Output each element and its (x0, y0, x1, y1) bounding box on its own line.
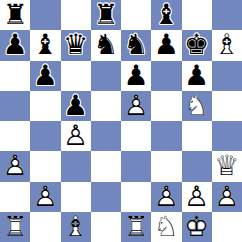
square-g8[interactable] (182, 0, 212, 30)
piece-outline-glyph: ♘ (154, 213, 179, 241)
square-h5[interactable] (212, 91, 242, 121)
white-queen-piece[interactable]: ♛♕ (214, 152, 239, 180)
square-a4[interactable] (0, 121, 30, 151)
piece-outline-glyph: ♗ (63, 213, 88, 241)
piece-outline-glyph: ♙ (3, 152, 28, 180)
square-d3[interactable] (91, 151, 121, 181)
black-pawn-piece[interactable]: ♟ (154, 31, 179, 59)
black-pawn-piece[interactable]: ♟ (184, 62, 209, 90)
square-f4[interactable] (151, 121, 181, 151)
square-f8[interactable]: ♝ (151, 0, 181, 30)
square-c5[interactable]: ♟ (61, 91, 91, 121)
black-rook-piece[interactable]: ♜ (93, 1, 118, 29)
square-c8[interactable] (61, 0, 91, 30)
piece-outline-glyph: ♔ (184, 213, 209, 241)
square-b4[interactable] (30, 121, 60, 151)
piece-outline-glyph: ♙ (33, 183, 58, 211)
white-pawn-piece[interactable]: ♟♙ (214, 183, 239, 211)
square-c1[interactable]: ♝♗ (61, 212, 91, 242)
black-pawn-piece[interactable]: ♟ (63, 92, 88, 120)
black-knight-piece[interactable]: ♞ (124, 31, 149, 59)
square-b3[interactable] (30, 151, 60, 181)
square-h8[interactable] (212, 0, 242, 30)
square-f2[interactable]: ♟♙ (151, 182, 181, 212)
square-f5[interactable] (151, 91, 181, 121)
white-knight-piece[interactable]: ♞♘ (184, 92, 209, 120)
square-a3[interactable]: ♟♙ (0, 151, 30, 181)
white-pawn-piece[interactable]: ♟♙ (33, 183, 58, 211)
white-pawn-piece[interactable]: ♟♙ (124, 92, 149, 120)
square-h6[interactable] (212, 61, 242, 91)
square-f6[interactable] (151, 61, 181, 91)
square-b6[interactable]: ♟ (30, 61, 60, 91)
piece-outline-glyph: ♙ (63, 122, 88, 150)
square-b1[interactable] (30, 212, 60, 242)
square-a1[interactable]: ♜♖ (0, 212, 30, 242)
square-d4[interactable] (91, 121, 121, 151)
square-a7[interactable]: ♟ (0, 30, 30, 60)
square-d5[interactable] (91, 91, 121, 121)
square-a5[interactable] (0, 91, 30, 121)
square-h2[interactable]: ♟♙ (212, 182, 242, 212)
white-pawn-piece[interactable]: ♟♙ (3, 152, 28, 180)
piece-outline-glyph: ♙ (124, 92, 149, 120)
square-g1[interactable]: ♚♔ (182, 212, 212, 242)
black-pawn-piece[interactable]: ♟ (3, 31, 28, 59)
chess-board: ♜♜♝♟♝♛♞♞♟♚♝♗♟♟♟♟♟♙♞♘♟♙♟♙♛♕♟♙♟♙♟♙♟♙♜♖♝♗♜♖… (0, 0, 242, 242)
black-queen-piece[interactable]: ♛ (63, 31, 88, 59)
black-bishop-piece[interactable]: ♝ (33, 31, 58, 59)
square-e6[interactable]: ♟ (121, 61, 151, 91)
square-c7[interactable]: ♛ (61, 30, 91, 60)
square-h7[interactable]: ♝♗ (212, 30, 242, 60)
square-g4[interactable] (182, 121, 212, 151)
white-pawn-piece[interactable]: ♟♙ (184, 183, 209, 211)
square-h4[interactable] (212, 121, 242, 151)
white-rook-piece[interactable]: ♜♖ (3, 213, 28, 241)
square-a8[interactable]: ♜ (0, 0, 30, 30)
white-pawn-piece[interactable]: ♟♙ (154, 183, 179, 211)
square-h1[interactable] (212, 212, 242, 242)
square-d1[interactable] (91, 212, 121, 242)
square-c3[interactable] (61, 151, 91, 181)
square-b5[interactable] (30, 91, 60, 121)
square-g5[interactable]: ♞♘ (182, 91, 212, 121)
piece-outline-glyph: ♖ (124, 213, 149, 241)
square-g6[interactable]: ♟ (182, 61, 212, 91)
piece-outline-glyph: ♙ (214, 183, 239, 211)
black-king-piece[interactable]: ♚ (184, 31, 209, 59)
piece-outline-glyph: ♙ (184, 183, 209, 211)
white-knight-piece[interactable]: ♞♘ (154, 213, 179, 241)
white-bishop-piece[interactable]: ♝♗ (214, 31, 239, 59)
piece-outline-glyph: ♗ (214, 31, 239, 59)
square-c4[interactable]: ♟♙ (61, 121, 91, 151)
piece-outline-glyph: ♙ (154, 183, 179, 211)
square-e5[interactable]: ♟♙ (121, 91, 151, 121)
black-pawn-piece[interactable]: ♟ (124, 62, 149, 90)
square-g3[interactable] (182, 151, 212, 181)
white-rook-piece[interactable]: ♜♖ (124, 213, 149, 241)
square-h3[interactable]: ♛♕ (212, 151, 242, 181)
square-f7[interactable]: ♟ (151, 30, 181, 60)
square-g7[interactable]: ♚ (182, 30, 212, 60)
black-bishop-piece[interactable]: ♝ (154, 1, 179, 29)
square-c2[interactable] (61, 182, 91, 212)
white-pawn-piece[interactable]: ♟♙ (63, 122, 88, 150)
white-king-piece[interactable]: ♚♔ (184, 213, 209, 241)
piece-outline-glyph: ♖ (3, 213, 28, 241)
square-c6[interactable] (61, 61, 91, 91)
square-d2[interactable] (91, 182, 121, 212)
piece-outline-glyph: ♘ (184, 92, 209, 120)
square-d6[interactable] (91, 61, 121, 91)
white-bishop-piece[interactable]: ♝♗ (63, 213, 88, 241)
square-e7[interactable]: ♞ (121, 30, 151, 60)
square-a2[interactable] (0, 182, 30, 212)
square-d7[interactable]: ♞ (91, 30, 121, 60)
square-f1[interactable]: ♞♘ (151, 212, 181, 242)
square-e1[interactable]: ♜♖ (121, 212, 151, 242)
square-b2[interactable]: ♟♙ (30, 182, 60, 212)
square-g2[interactable]: ♟♙ (182, 182, 212, 212)
square-e4[interactable] (121, 121, 151, 151)
piece-outline-glyph: ♕ (214, 152, 239, 180)
square-e3[interactable] (121, 151, 151, 181)
square-e8[interactable] (121, 0, 151, 30)
black-rook-piece[interactable]: ♜ (3, 1, 28, 29)
square-e2[interactable] (121, 182, 151, 212)
black-pawn-piece[interactable]: ♟ (33, 62, 58, 90)
black-knight-piece[interactable]: ♞ (93, 31, 118, 59)
square-b7[interactable]: ♝ (30, 30, 60, 60)
square-b8[interactable] (30, 0, 60, 30)
square-a6[interactable] (0, 61, 30, 91)
square-d8[interactable]: ♜ (91, 0, 121, 30)
square-f3[interactable] (151, 151, 181, 181)
